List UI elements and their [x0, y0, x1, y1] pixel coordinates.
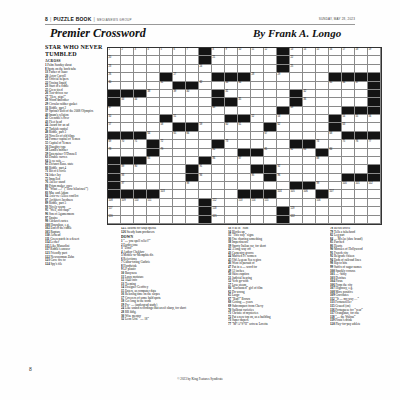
white-square[interactable]: 64 — [147, 132, 160, 140]
white-square[interactable]: 16 — [329, 48, 342, 56]
white-square[interactable]: 38 — [147, 90, 160, 98]
white-square[interactable] — [199, 140, 212, 148]
white-square[interactable]: 31 — [160, 82, 173, 90]
white-square[interactable] — [316, 207, 329, 215]
white-square[interactable] — [199, 90, 212, 98]
white-square[interactable]: 75 — [342, 140, 355, 148]
white-square[interactable] — [355, 207, 368, 215]
white-square[interactable] — [186, 207, 199, 215]
white-square[interactable] — [290, 174, 303, 182]
white-square[interactable] — [277, 132, 290, 140]
white-square[interactable] — [355, 216, 368, 224]
white-square[interactable] — [329, 174, 342, 182]
white-square[interactable]: 116 — [316, 199, 329, 207]
white-square[interactable] — [225, 149, 238, 157]
white-square[interactable] — [238, 174, 251, 182]
white-square[interactable] — [225, 207, 238, 215]
white-square[interactable] — [225, 199, 238, 207]
white-square[interactable] — [160, 107, 173, 115]
white-square[interactable]: 86 — [212, 157, 225, 165]
white-square[interactable] — [303, 65, 316, 73]
white-square[interactable]: 90 — [134, 165, 147, 173]
white-square[interactable] — [368, 207, 381, 215]
white-square[interactable]: 68 — [329, 132, 342, 140]
white-square[interactable]: 113 — [238, 199, 251, 207]
white-square[interactable]: 17 — [342, 48, 355, 56]
white-square[interactable] — [368, 123, 381, 131]
white-square[interactable] — [290, 123, 303, 131]
white-square[interactable]: 2 — [121, 48, 134, 56]
white-square[interactable] — [147, 174, 160, 182]
white-square[interactable] — [316, 123, 329, 131]
white-square[interactable] — [238, 56, 251, 64]
white-square[interactable] — [134, 107, 147, 115]
white-square[interactable] — [173, 65, 186, 73]
white-square[interactable] — [225, 182, 238, 190]
white-square[interactable]: 27 — [173, 73, 186, 81]
white-square[interactable] — [225, 132, 238, 140]
white-square[interactable]: 33 — [225, 82, 238, 90]
white-square[interactable]: 111 — [147, 199, 160, 207]
white-square[interactable]: 10 — [238, 48, 251, 56]
white-square[interactable]: 99 — [316, 182, 329, 190]
white-square[interactable] — [238, 107, 251, 115]
white-square[interactable] — [342, 190, 355, 198]
white-square[interactable] — [316, 165, 329, 173]
white-square[interactable]: 44 — [134, 98, 147, 106]
white-square[interactable] — [251, 140, 264, 148]
white-square[interactable] — [199, 190, 212, 198]
white-square[interactable] — [186, 149, 199, 157]
white-square[interactable] — [264, 115, 277, 123]
white-square[interactable] — [316, 90, 329, 98]
white-square[interactable]: 19 — [368, 48, 381, 56]
white-square[interactable]: 7 — [186, 48, 199, 56]
white-square[interactable] — [212, 132, 225, 140]
white-square[interactable] — [199, 182, 212, 190]
white-square[interactable] — [342, 207, 355, 215]
white-square[interactable] — [199, 98, 212, 106]
white-square[interactable] — [329, 107, 342, 115]
white-square[interactable] — [290, 115, 303, 123]
white-square[interactable]: 114 — [251, 199, 264, 207]
white-square[interactable]: 121 — [212, 216, 225, 224]
white-square[interactable] — [225, 157, 238, 165]
white-square[interactable] — [251, 107, 264, 115]
white-square[interactable] — [121, 73, 134, 81]
white-square[interactable] — [238, 132, 251, 140]
white-square[interactable] — [264, 82, 277, 90]
white-square[interactable]: 56 — [368, 115, 381, 123]
white-square[interactable] — [264, 107, 277, 115]
white-square[interactable] — [160, 98, 173, 106]
white-square[interactable] — [121, 115, 134, 123]
white-square[interactable] — [238, 216, 251, 224]
white-square[interactable] — [160, 65, 173, 73]
white-square[interactable] — [186, 107, 199, 115]
white-square[interactable]: 70 — [121, 140, 134, 148]
white-square[interactable] — [121, 216, 134, 224]
white-square[interactable]: 46 — [303, 98, 316, 106]
white-square[interactable]: 63 — [342, 123, 355, 131]
white-square[interactable] — [212, 182, 225, 190]
white-square[interactable] — [368, 56, 381, 64]
white-square[interactable] — [212, 123, 225, 131]
white-square[interactable]: 23 — [108, 65, 121, 73]
white-square[interactable] — [134, 123, 147, 131]
white-square[interactable] — [368, 149, 381, 157]
white-square[interactable] — [173, 199, 186, 207]
white-square[interactable] — [238, 140, 251, 148]
white-square[interactable]: 81 — [264, 149, 277, 157]
white-square[interactable]: 73 — [225, 140, 238, 148]
white-square[interactable] — [277, 199, 290, 207]
white-square[interactable] — [134, 182, 147, 190]
white-square[interactable]: 98 — [186, 182, 199, 190]
white-square[interactable] — [121, 82, 134, 90]
white-square[interactable] — [212, 165, 225, 173]
white-square[interactable] — [277, 90, 290, 98]
white-square[interactable] — [134, 149, 147, 157]
white-square[interactable] — [134, 115, 147, 123]
white-square[interactable]: 95 — [251, 174, 264, 182]
white-square[interactable] — [316, 216, 329, 224]
white-square[interactable] — [173, 149, 186, 157]
white-square[interactable]: 103 — [160, 190, 173, 198]
white-square[interactable] — [316, 132, 329, 140]
white-square[interactable] — [290, 165, 303, 173]
white-square[interactable] — [303, 107, 316, 115]
white-square[interactable]: 49 — [290, 107, 303, 115]
white-square[interactable] — [303, 157, 316, 165]
white-square[interactable]: 14 — [303, 48, 316, 56]
white-square[interactable] — [147, 123, 160, 131]
white-square[interactable] — [199, 107, 212, 115]
white-square[interactable]: 35 — [329, 82, 342, 90]
white-square[interactable] — [329, 65, 342, 73]
white-square[interactable]: 109 — [121, 199, 134, 207]
white-square[interactable]: 29 — [277, 73, 290, 81]
white-square[interactable] — [121, 149, 134, 157]
white-square[interactable]: 120 — [108, 216, 121, 224]
white-square[interactable] — [121, 107, 134, 115]
white-square[interactable]: 5 — [160, 48, 173, 56]
white-square[interactable] — [355, 90, 368, 98]
white-square[interactable]: 20 — [108, 56, 121, 64]
white-square[interactable] — [186, 157, 199, 165]
white-square[interactable] — [264, 56, 277, 64]
white-square[interactable] — [329, 207, 342, 215]
white-square[interactable]: 43 — [121, 98, 134, 106]
white-square[interactable]: 76 — [355, 140, 368, 148]
white-square[interactable] — [173, 216, 186, 224]
white-square[interactable] — [173, 182, 186, 190]
white-square[interactable] — [238, 65, 251, 73]
white-square[interactable] — [147, 82, 160, 90]
white-square[interactable]: 94 — [199, 174, 212, 182]
white-square[interactable]: 51 — [173, 115, 186, 123]
white-square[interactable] — [342, 56, 355, 64]
white-square[interactable] — [147, 107, 160, 115]
white-square[interactable] — [186, 73, 199, 81]
white-square[interactable] — [147, 98, 160, 106]
white-square[interactable]: 41 — [225, 90, 238, 98]
white-square[interactable]: 107 — [329, 190, 342, 198]
white-square[interactable]: 87 — [238, 157, 251, 165]
white-square[interactable] — [251, 65, 264, 73]
white-square[interactable]: 66 — [186, 132, 199, 140]
white-square[interactable] — [251, 90, 264, 98]
white-square[interactable] — [160, 157, 173, 165]
white-square[interactable] — [134, 82, 147, 90]
white-square[interactable] — [147, 65, 160, 73]
white-square[interactable]: 39 — [173, 90, 186, 98]
white-square[interactable] — [355, 98, 368, 106]
white-square[interactable]: 100 — [342, 182, 355, 190]
white-square[interactable]: 21 — [212, 56, 225, 64]
white-square[interactable] — [316, 115, 329, 123]
white-square[interactable] — [342, 157, 355, 165]
white-square[interactable] — [212, 82, 225, 90]
white-square[interactable] — [251, 56, 264, 64]
white-square[interactable]: 83 — [303, 149, 316, 157]
white-square[interactable]: 32 — [199, 82, 212, 90]
white-square[interactable] — [290, 157, 303, 165]
white-square[interactable] — [355, 190, 368, 198]
white-square[interactable]: 92 — [277, 165, 290, 173]
white-square[interactable]: 47 — [108, 107, 121, 115]
white-square[interactable] — [147, 182, 160, 190]
white-square[interactable] — [186, 140, 199, 148]
white-square[interactable] — [147, 207, 160, 215]
white-square[interactable] — [147, 115, 160, 123]
white-square[interactable] — [355, 123, 368, 131]
white-square[interactable] — [225, 56, 238, 64]
white-square[interactable] — [277, 98, 290, 106]
white-square[interactable] — [290, 73, 303, 81]
white-square[interactable] — [225, 216, 238, 224]
white-square[interactable]: 93 — [121, 174, 134, 182]
white-square[interactable] — [329, 90, 342, 98]
white-square[interactable] — [264, 73, 277, 81]
white-square[interactable] — [368, 65, 381, 73]
white-square[interactable] — [186, 98, 199, 106]
white-square[interactable]: 28 — [251, 73, 264, 81]
white-square[interactable] — [303, 115, 316, 123]
white-square[interactable] — [277, 140, 290, 148]
white-square[interactable] — [238, 165, 251, 173]
white-square[interactable]: 105 — [290, 190, 303, 198]
white-square[interactable] — [329, 165, 342, 173]
white-square[interactable] — [264, 207, 277, 215]
white-square[interactable] — [342, 216, 355, 224]
white-square[interactable] — [329, 199, 342, 207]
white-square[interactable] — [121, 207, 134, 215]
white-square[interactable]: 82 — [290, 149, 303, 157]
white-square[interactable] — [303, 132, 316, 140]
white-square[interactable]: 22 — [290, 56, 303, 64]
white-square[interactable] — [212, 65, 225, 73]
white-square[interactable]: 85 — [147, 157, 160, 165]
white-square[interactable]: 78 — [108, 149, 121, 157]
white-square[interactable] — [342, 149, 355, 157]
white-square[interactable] — [225, 165, 238, 173]
white-square[interactable] — [186, 190, 199, 198]
white-square[interactable] — [212, 190, 225, 198]
white-square[interactable] — [134, 56, 147, 64]
white-square[interactable] — [121, 65, 134, 73]
white-square[interactable] — [303, 73, 316, 81]
white-square[interactable]: 34 — [238, 82, 251, 90]
white-square[interactable]: 6 — [173, 48, 186, 56]
white-square[interactable] — [173, 157, 186, 165]
white-square[interactable] — [303, 56, 316, 64]
white-square[interactable]: 45 — [238, 98, 251, 106]
white-square[interactable]: 48 — [212, 107, 225, 115]
white-square[interactable]: 102 — [368, 182, 381, 190]
white-square[interactable]: 61 — [238, 123, 251, 131]
white-square[interactable]: 3 — [134, 48, 147, 56]
white-square[interactable] — [160, 199, 173, 207]
white-square[interactable] — [186, 199, 199, 207]
white-square[interactable]: 40 — [186, 90, 199, 98]
white-square[interactable] — [355, 165, 368, 173]
white-square[interactable] — [160, 132, 173, 140]
white-square[interactable]: 11 — [251, 48, 264, 56]
white-square[interactable]: 77 — [368, 140, 381, 148]
white-square[interactable] — [251, 123, 264, 131]
white-square[interactable] — [134, 216, 147, 224]
white-square[interactable] — [342, 90, 355, 98]
white-square[interactable] — [225, 190, 238, 198]
white-square[interactable] — [342, 65, 355, 73]
white-square[interactable] — [316, 98, 329, 106]
white-square[interactable]: 88 — [316, 157, 329, 165]
white-square[interactable] — [121, 56, 134, 64]
white-square[interactable] — [160, 207, 173, 215]
white-square[interactable]: 91 — [199, 165, 212, 173]
white-square[interactable] — [368, 216, 381, 224]
white-square[interactable] — [147, 56, 160, 64]
white-square[interactable]: 104 — [277, 190, 290, 198]
crossword-grid[interactable]: 1234567891011121314151617181920212223242… — [107, 47, 382, 225]
white-square[interactable] — [251, 132, 264, 140]
white-square[interactable] — [121, 123, 134, 131]
white-square[interactable]: 84 — [329, 149, 342, 157]
white-square[interactable] — [212, 115, 225, 123]
white-square[interactable]: 108 — [108, 199, 121, 207]
white-square[interactable]: 25 — [290, 65, 303, 73]
white-square[interactable] — [303, 216, 316, 224]
white-square[interactable]: 96 — [277, 174, 290, 182]
white-square[interactable]: 30 — [108, 82, 121, 90]
white-square[interactable] — [251, 82, 264, 90]
white-square[interactable] — [199, 149, 212, 157]
white-square[interactable]: 15 — [316, 48, 329, 56]
white-square[interactable]: 115 — [264, 199, 277, 207]
white-square[interactable] — [251, 207, 264, 215]
white-square[interactable] — [134, 65, 147, 73]
white-square[interactable] — [173, 98, 186, 106]
white-square[interactable] — [173, 165, 186, 173]
white-square[interactable] — [225, 174, 238, 182]
white-square[interactable] — [316, 73, 329, 81]
white-square[interactable] — [342, 165, 355, 173]
white-square[interactable] — [264, 90, 277, 98]
white-square[interactable] — [225, 65, 238, 73]
white-square[interactable] — [199, 132, 212, 140]
white-square[interactable] — [277, 149, 290, 157]
white-square[interactable] — [303, 207, 316, 215]
white-square[interactable] — [355, 65, 368, 73]
white-square[interactable] — [264, 157, 277, 165]
white-square[interactable]: 97 — [121, 182, 134, 190]
white-square[interactable] — [368, 190, 381, 198]
white-square[interactable] — [355, 157, 368, 165]
white-square[interactable] — [290, 82, 303, 90]
white-square[interactable] — [160, 165, 173, 173]
white-square[interactable]: 110 — [134, 199, 147, 207]
white-square[interactable] — [329, 157, 342, 165]
white-square[interactable] — [316, 107, 329, 115]
white-square[interactable] — [355, 56, 368, 64]
white-square[interactable] — [329, 98, 342, 106]
white-square[interactable] — [264, 182, 277, 190]
white-square[interactable] — [368, 199, 381, 207]
white-square[interactable] — [173, 140, 186, 148]
white-square[interactable] — [316, 56, 329, 64]
white-square[interactable] — [316, 82, 329, 90]
white-square[interactable] — [251, 98, 264, 106]
white-square[interactable]: 89 — [121, 165, 134, 173]
white-square[interactable] — [238, 182, 251, 190]
white-square[interactable]: 62 — [277, 123, 290, 131]
white-square[interactable] — [303, 199, 316, 207]
white-square[interactable] — [186, 65, 199, 73]
white-square[interactable] — [251, 182, 264, 190]
white-square[interactable] — [329, 56, 342, 64]
white-square[interactable] — [303, 174, 316, 182]
white-square[interactable] — [329, 216, 342, 224]
white-square[interactable]: 57 — [108, 123, 121, 131]
white-square[interactable] — [134, 207, 147, 215]
white-square[interactable] — [316, 65, 329, 73]
white-square[interactable]: 65 — [173, 132, 186, 140]
white-square[interactable] — [173, 174, 186, 182]
white-square[interactable]: 67 — [264, 132, 277, 140]
white-square[interactable] — [264, 65, 277, 73]
white-square[interactable]: 55 — [355, 115, 368, 123]
white-square[interactable]: 36 — [342, 82, 355, 90]
white-square[interactable] — [368, 157, 381, 165]
white-square[interactable] — [160, 90, 173, 98]
white-square[interactable]: 106 — [303, 190, 316, 198]
white-square[interactable] — [303, 165, 316, 173]
white-square[interactable] — [160, 56, 173, 64]
white-square[interactable] — [290, 199, 303, 207]
white-square[interactable]: 60 — [225, 123, 238, 131]
white-square[interactable] — [342, 199, 355, 207]
white-square[interactable] — [173, 56, 186, 64]
white-square[interactable] — [147, 165, 160, 173]
white-square[interactable] — [238, 207, 251, 215]
white-square[interactable] — [251, 157, 264, 165]
white-square[interactable]: 79 — [160, 149, 173, 157]
white-square[interactable] — [173, 207, 186, 215]
white-square[interactable]: 59 — [199, 123, 212, 131]
white-square[interactable]: 24 — [199, 65, 212, 73]
white-square[interactable]: 122 — [290, 216, 303, 224]
